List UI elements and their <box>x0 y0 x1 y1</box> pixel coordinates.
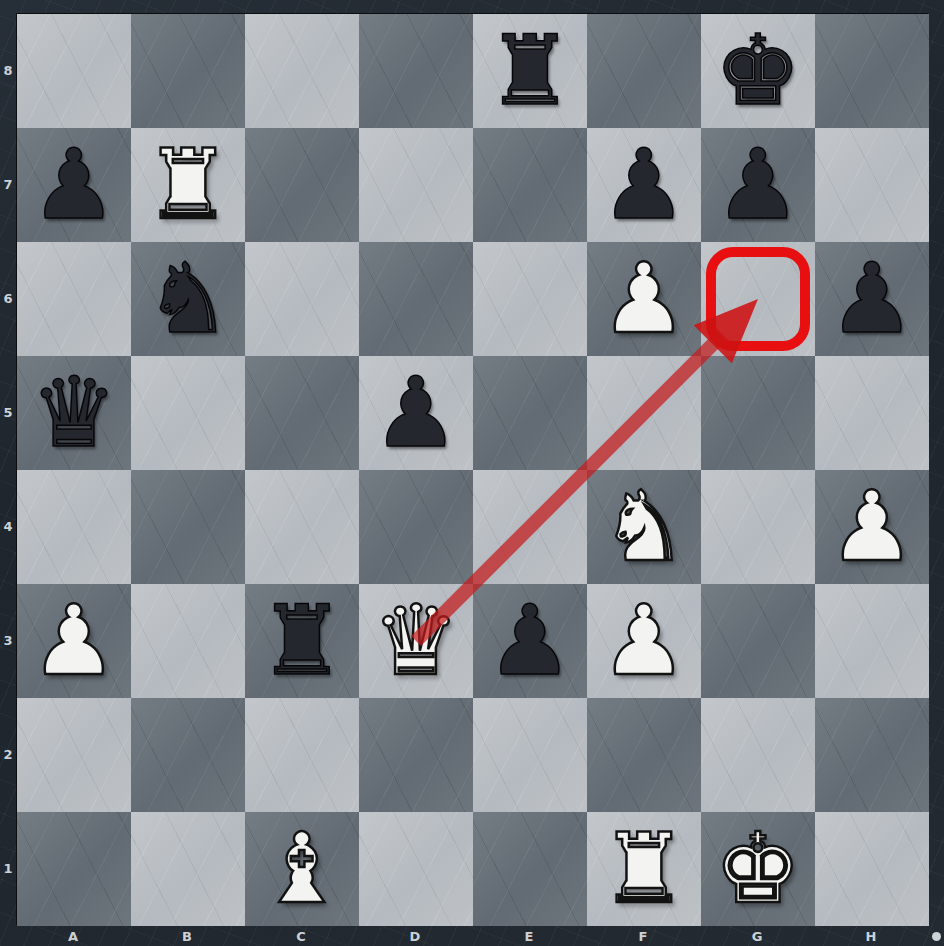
square-e6[interactable] <box>473 242 587 356</box>
square-b4[interactable] <box>131 470 245 584</box>
rank-label-7: 7 <box>0 127 16 241</box>
square-b6[interactable]: ♞ <box>131 242 245 356</box>
square-f6[interactable]: ♟ <box>587 242 701 356</box>
square-h3[interactable] <box>815 584 929 698</box>
square-f3[interactable]: ♟ <box>587 584 701 698</box>
square-f7[interactable]: ♟ <box>587 128 701 242</box>
white-pawn-f6[interactable]: ♟ <box>601 242 688 356</box>
file-label-a: A <box>16 926 130 946</box>
square-b5[interactable] <box>131 356 245 470</box>
square-g1[interactable]: ♚ <box>701 812 815 926</box>
black-rook-e8[interactable]: ♜ <box>487 14 574 128</box>
square-e8[interactable]: ♜ <box>473 14 587 128</box>
square-f8[interactable] <box>587 14 701 128</box>
white-pawn-f3[interactable]: ♟ <box>601 584 688 698</box>
square-a7[interactable]: ♟ <box>17 128 131 242</box>
white-rook-b7[interactable]: ♜ <box>145 128 232 242</box>
square-b1[interactable] <box>131 812 245 926</box>
black-king-g8[interactable]: ♚ <box>715 14 802 128</box>
square-f5[interactable] <box>587 356 701 470</box>
square-g6[interactable] <box>701 242 815 356</box>
file-labels: ABCDEFGH <box>16 926 928 946</box>
square-a1[interactable] <box>17 812 131 926</box>
square-e7[interactable] <box>473 128 587 242</box>
black-pawn-a7[interactable]: ♟ <box>31 128 118 242</box>
white-knight-f4[interactable]: ♞ <box>601 470 688 584</box>
square-c5[interactable] <box>245 356 359 470</box>
white-bishop-c1[interactable]: ♝ <box>259 812 346 926</box>
square-f4[interactable]: ♞ <box>587 470 701 584</box>
rank-label-4: 4 <box>0 469 16 583</box>
square-d4[interactable] <box>359 470 473 584</box>
square-f2[interactable] <box>587 698 701 812</box>
square-b8[interactable] <box>131 14 245 128</box>
file-label-e: E <box>472 926 586 946</box>
square-g7[interactable]: ♟ <box>701 128 815 242</box>
square-e5[interactable] <box>473 356 587 470</box>
square-h4[interactable]: ♟ <box>815 470 929 584</box>
square-g5[interactable] <box>701 356 815 470</box>
square-g8[interactable]: ♚ <box>701 14 815 128</box>
rank-label-3: 3 <box>0 583 16 697</box>
square-e2[interactable] <box>473 698 587 812</box>
square-g3[interactable] <box>701 584 815 698</box>
square-h8[interactable] <box>815 14 929 128</box>
black-pawn-h6[interactable]: ♟ <box>829 242 916 356</box>
rank-label-6: 6 <box>0 241 16 355</box>
square-d1[interactable] <box>359 812 473 926</box>
file-label-d: D <box>358 926 472 946</box>
rank-label-1: 1 <box>0 811 16 925</box>
square-e4[interactable] <box>473 470 587 584</box>
square-h6[interactable]: ♟ <box>815 242 929 356</box>
square-g4[interactable] <box>701 470 815 584</box>
square-d6[interactable] <box>359 242 473 356</box>
square-c1[interactable]: ♝ <box>245 812 359 926</box>
square-b3[interactable] <box>131 584 245 698</box>
square-g2[interactable] <box>701 698 815 812</box>
black-pawn-d5[interactable]: ♟ <box>373 356 460 470</box>
square-d2[interactable] <box>359 698 473 812</box>
file-label-g: G <box>700 926 814 946</box>
file-label-f: F <box>586 926 700 946</box>
square-c7[interactable] <box>245 128 359 242</box>
square-d5[interactable]: ♟ <box>359 356 473 470</box>
square-h2[interactable] <box>815 698 929 812</box>
board-grid: ♜♚♟♜♟♟♞♟♟♛♟♞♟♟♜♛♟♟♝♜♚ <box>17 14 927 924</box>
square-h1[interactable] <box>815 812 929 926</box>
square-b7[interactable]: ♜ <box>131 128 245 242</box>
black-pawn-e3[interactable]: ♟ <box>487 584 574 698</box>
black-rook-c3[interactable]: ♜ <box>259 584 346 698</box>
square-c8[interactable] <box>245 14 359 128</box>
black-queen-a5[interactable]: ♛ <box>31 356 118 470</box>
black-pawn-g7[interactable]: ♟ <box>715 128 802 242</box>
square-a2[interactable] <box>17 698 131 812</box>
file-label-b: B <box>130 926 244 946</box>
square-c3[interactable]: ♜ <box>245 584 359 698</box>
square-d8[interactable] <box>359 14 473 128</box>
square-e3[interactable]: ♟ <box>473 584 587 698</box>
square-f1[interactable]: ♜ <box>587 812 701 926</box>
file-label-h: H <box>814 926 928 946</box>
white-pawn-a3[interactable]: ♟ <box>31 584 118 698</box>
square-a6[interactable] <box>17 242 131 356</box>
rank-label-8: 8 <box>0 13 16 127</box>
square-a3[interactable]: ♟ <box>17 584 131 698</box>
square-c2[interactable] <box>245 698 359 812</box>
file-label-c: C <box>244 926 358 946</box>
black-pawn-f7[interactable]: ♟ <box>601 128 688 242</box>
chess-board: ♜♚♟♜♟♟♞♟♟♛♟♞♟♟♜♛♟♟♝♜♚ <box>16 13 928 925</box>
white-rook-f1[interactable]: ♜ <box>601 812 688 926</box>
square-h7[interactable] <box>815 128 929 242</box>
white-queen-d3[interactable]: ♛ <box>373 584 460 698</box>
square-a4[interactable] <box>17 470 131 584</box>
square-h5[interactable] <box>815 356 929 470</box>
rank-labels: 87654321 <box>0 13 16 925</box>
square-c6[interactable] <box>245 242 359 356</box>
white-to-move-dot <box>932 932 941 941</box>
square-c4[interactable] <box>245 470 359 584</box>
rank-label-5: 5 <box>0 355 16 469</box>
square-d3[interactable]: ♛ <box>359 584 473 698</box>
square-d7[interactable] <box>359 128 473 242</box>
white-pawn-h4[interactable]: ♟ <box>829 470 916 584</box>
white-king-g1[interactable]: ♚ <box>715 812 802 926</box>
rank-label-2: 2 <box>0 697 16 811</box>
square-a5[interactable]: ♛ <box>17 356 131 470</box>
black-knight-b6[interactable]: ♞ <box>145 242 232 356</box>
square-a8[interactable] <box>17 14 131 128</box>
square-e1[interactable] <box>473 812 587 926</box>
square-b2[interactable] <box>131 698 245 812</box>
